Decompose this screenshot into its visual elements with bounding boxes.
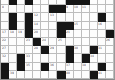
cell-r4c0[interactable]: 17: [1, 30, 9, 38]
black-cell-r3c8: [66, 22, 74, 30]
cell-r4c5[interactable]: [41, 30, 49, 38]
black-cell-r4c3: [25, 30, 33, 38]
clue-number: 10: [74, 5, 78, 8]
clue-number: 18: [10, 30, 14, 33]
cell-r4c2[interactable]: 19: [17, 30, 25, 38]
cell-r2c10[interactable]: [82, 13, 90, 21]
cell-r5c12[interactable]: [98, 38, 106, 46]
clue-number: 8: [2, 5, 4, 8]
cell-r5c6[interactable]: [49, 38, 57, 46]
cell-r1c4[interactable]: [33, 5, 41, 13]
cell-r1c11[interactable]: [90, 5, 98, 13]
clue-number: 36: [50, 63, 54, 66]
cell-r7c0[interactable]: 32: [1, 54, 9, 62]
cell-r7c3[interactable]: 33: [25, 54, 33, 62]
black-cell-r4c13: [106, 30, 114, 38]
cell-r6c13[interactable]: [106, 46, 114, 54]
cell-r9c5[interactable]: [41, 71, 49, 79]
cell-r8c7[interactable]: [57, 63, 65, 71]
cell-r3c6[interactable]: [49, 22, 57, 30]
black-cell-r2c12: [98, 13, 106, 21]
clue-number: 14: [34, 22, 38, 25]
cell-r7c6[interactable]: [49, 54, 57, 62]
black-cell-r3c7: [57, 22, 65, 30]
clue-number: 29: [50, 46, 54, 49]
cell-r4c11[interactable]: [90, 30, 98, 38]
black-cell-r2c3: [25, 13, 33, 21]
clue-number: 35: [26, 63, 30, 66]
cell-r6c7[interactable]: [57, 46, 65, 54]
cell-r3c4[interactable]: 14: [33, 22, 41, 30]
cell-r3c11[interactable]: [90, 22, 98, 30]
cell-r7c5[interactable]: [41, 54, 49, 62]
clue-number: 22: [2, 38, 6, 41]
cell-r5c3[interactable]: 23: [25, 38, 33, 46]
black-cell-r6c8: [66, 46, 74, 54]
cell-r9c1[interactable]: 39: [9, 71, 17, 79]
cell-r8c11[interactable]: [90, 63, 98, 71]
black-cell-r3c1: [9, 22, 17, 30]
black-cell-r7c10: [82, 54, 90, 62]
cell-r3c13[interactable]: [106, 22, 114, 30]
cell-r3c12[interactable]: 16: [98, 22, 106, 30]
black-cell-r1c7: [57, 5, 65, 13]
black-cell-r7c8: [66, 54, 74, 62]
cell-r9c2[interactable]: [17, 71, 25, 79]
black-cell-r8c12: [98, 63, 106, 71]
cell-r2c8[interactable]: [66, 13, 74, 21]
cell-r5c10[interactable]: [82, 38, 90, 46]
cell-r4c8[interactable]: 21: [66, 30, 74, 38]
cell-r2c9[interactable]: [74, 13, 82, 21]
cell-r5c1[interactable]: [9, 38, 17, 46]
cell-r8c10[interactable]: 38: [82, 63, 90, 71]
cell-r1c5[interactable]: [41, 5, 49, 13]
clue-number: 21: [66, 30, 70, 33]
cell-r2c7[interactable]: [57, 13, 65, 21]
clue-number: 33: [26, 54, 30, 57]
black-cell-r6c5: [41, 46, 49, 54]
cell-r9c10[interactable]: [82, 71, 90, 79]
cell-r9c12[interactable]: 41: [98, 71, 106, 79]
clue-number: 24: [42, 38, 46, 41]
cell-r9c9[interactable]: [74, 71, 82, 79]
cell-r2c11[interactable]: [90, 13, 98, 21]
clue-number: 38: [82, 63, 86, 66]
cell-r2c6[interactable]: 13: [49, 13, 57, 21]
cell-r9c3[interactable]: [25, 71, 33, 79]
cell-r9c13[interactable]: [106, 71, 114, 79]
clue-number: 13: [50, 13, 54, 16]
cell-r4c12[interactable]: [98, 30, 106, 38]
clue-number: 31: [98, 46, 102, 49]
cell-r5c8[interactable]: [66, 38, 74, 46]
cell-r1c13[interactable]: [106, 5, 114, 13]
cell-r8c3[interactable]: 35: [25, 63, 33, 71]
cell-r4c9[interactable]: [74, 30, 82, 38]
clue-number: 34: [90, 54, 94, 57]
cell-r4c4[interactable]: 20: [33, 30, 41, 38]
clue-number: 41: [98, 71, 102, 74]
clue-number: 12: [34, 13, 38, 16]
clue-number: 30: [74, 46, 78, 49]
black-cell-r6c11: [90, 46, 98, 54]
clue-number: 32: [2, 54, 6, 57]
cell-r1c3[interactable]: [25, 5, 33, 13]
cell-r3c2[interactable]: [17, 22, 25, 30]
black-cell-r7c2: [17, 54, 25, 62]
cell-r6c0[interactable]: 27: [1, 46, 9, 54]
cell-r9c6[interactable]: [49, 71, 57, 79]
cell-r1c2[interactable]: [17, 5, 25, 13]
cell-r1c8[interactable]: 9: [66, 5, 74, 13]
clue-number: 17: [2, 30, 6, 33]
cell-r5c0[interactable]: 22: [1, 38, 9, 46]
clue-number: 15: [74, 22, 78, 25]
cell-r8c4[interactable]: [33, 63, 41, 71]
cell-r2c13[interactable]: [106, 13, 114, 21]
cell-r5c9[interactable]: [74, 38, 82, 46]
black-cell-r1c6: [49, 5, 57, 13]
cell-r2c4[interactable]: 12: [33, 13, 41, 21]
black-cell-r8c5: [41, 63, 49, 71]
cell-r4c6[interactable]: [49, 30, 57, 38]
cell-r4c10[interactable]: [82, 30, 90, 38]
cell-r6c2[interactable]: [17, 46, 25, 54]
clue-number: 37: [66, 63, 70, 66]
cell-r3c9[interactable]: 15: [74, 22, 82, 30]
black-cell-r9c0: [1, 71, 9, 79]
cell-r5c11[interactable]: [90, 38, 98, 46]
cell-r2c5[interactable]: [41, 13, 49, 21]
cell-r7c4[interactable]: [33, 54, 41, 62]
cell-r7c7[interactable]: [57, 54, 65, 62]
black-cell-r8c0: [1, 63, 9, 71]
cell-r6c12[interactable]: 31: [98, 46, 106, 54]
cell-r3c0[interactable]: [1, 22, 9, 30]
black-cell-r4c7: [57, 30, 65, 38]
cell-r6c10[interactable]: [82, 46, 90, 54]
cell-r1c1[interactable]: [9, 5, 17, 13]
cell-r9c8[interactable]: 40: [66, 71, 74, 79]
cell-r8c9[interactable]: [74, 63, 82, 71]
black-cell-r2c1: [9, 13, 17, 21]
cell-r6c6[interactable]: 29: [49, 46, 57, 54]
black-cell-r3c3: [25, 22, 33, 30]
cell-r5c2[interactable]: [17, 38, 25, 46]
cell-r3c10[interactable]: [82, 22, 90, 30]
black-cell-r9c7: [57, 71, 65, 79]
cell-r6c9[interactable]: 30: [74, 46, 82, 54]
cell-r4c1[interactable]: 18: [9, 30, 17, 38]
black-cell-r9c11: [90, 71, 98, 79]
clue-number: 11: [82, 5, 86, 8]
cell-r2c2[interactable]: [17, 13, 25, 21]
clue-number: 9: [66, 5, 68, 8]
cell-r1c10[interactable]: 11: [82, 5, 90, 13]
cell-r5c5[interactable]: 24: [41, 38, 49, 46]
cell-r7c11[interactable]: 34: [90, 54, 98, 62]
cell-r1c9[interactable]: 10: [74, 5, 82, 13]
clue-number: 20: [34, 30, 38, 33]
cell-r5c13[interactable]: 26: [106, 38, 114, 46]
clue-number: 39: [10, 71, 14, 74]
clue-number: 19: [18, 30, 22, 33]
cell-r6c1[interactable]: [9, 46, 17, 54]
cell-r1c0[interactable]: 8: [1, 5, 9, 13]
cell-r9c4[interactable]: [33, 71, 41, 79]
cell-r7c13[interactable]: [106, 54, 114, 62]
cell-r5c7[interactable]: 25: [57, 38, 65, 46]
cell-r8c13[interactable]: [106, 63, 114, 71]
clue-number: 16: [98, 22, 102, 25]
clue-number: 25: [58, 38, 62, 41]
clue-number: 40: [66, 71, 70, 74]
cell-r8c8[interactable]: 37: [66, 63, 74, 71]
cell-r7c1[interactable]: [9, 54, 17, 62]
clue-number: 26: [106, 38, 110, 41]
cell-r1c12[interactable]: [98, 5, 106, 13]
clue-number: 23: [26, 38, 30, 41]
clue-number: 27: [2, 46, 6, 49]
cell-r7c12[interactable]: [98, 54, 106, 62]
cell-r6c4[interactable]: 28: [33, 46, 41, 54]
cell-r8c6[interactable]: 36: [49, 63, 57, 71]
cell-r8c1[interactable]: [9, 63, 17, 71]
cell-r7c9[interactable]: [74, 54, 82, 62]
crossword-grid: 1234567891011121314151617181920212223242…: [0, 0, 115, 80]
black-cell-r8c2: [17, 63, 25, 71]
crossword-screenshot: 1234567891011121314151617181920212223242…: [0, 0, 115, 80]
cell-r3c5[interactable]: [41, 22, 49, 30]
cell-r2c0[interactable]: [1, 13, 9, 21]
black-cell-r5c4: [33, 38, 41, 46]
cell-r6c3[interactable]: [25, 46, 33, 54]
clue-number: 28: [34, 46, 38, 49]
